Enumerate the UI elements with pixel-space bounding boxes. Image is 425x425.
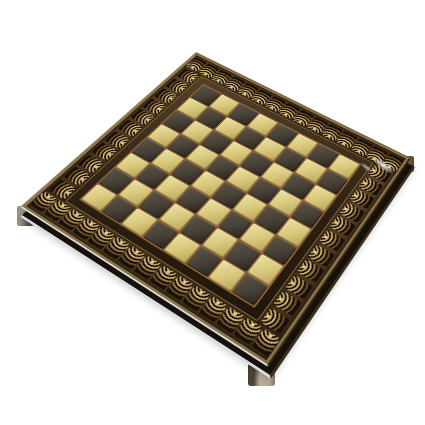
board-frame bbox=[20, 52, 411, 367]
scene bbox=[0, 0, 425, 425]
chess-board bbox=[20, 52, 411, 367]
